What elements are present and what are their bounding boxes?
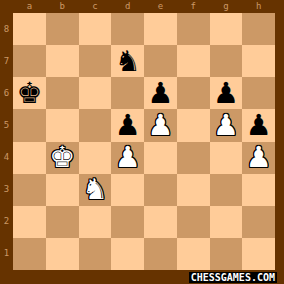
square-f1[interactable]: [177, 238, 210, 270]
square-h5[interactable]: ♟: [242, 109, 275, 141]
square-f3[interactable]: [177, 174, 210, 206]
square-h8[interactable]: [242, 13, 275, 45]
square-a2[interactable]: [13, 206, 46, 238]
piece-black-pawn: ♟: [147, 79, 173, 108]
file-label-h: h: [242, 0, 275, 13]
piece-white-king: ♚: [49, 143, 75, 172]
square-d8[interactable]: [111, 13, 144, 45]
board: ♞♚♟♟♟♟♟♟♚♟♟♞: [13, 13, 275, 270]
chessgames-logo[interactable]: CHESSGAMES.COM: [189, 272, 277, 283]
square-c2[interactable]: [79, 206, 112, 238]
square-c5[interactable]: [79, 109, 112, 141]
square-d2[interactable]: [111, 206, 144, 238]
chess-diagram: abcdefgh 87654321 ♞♚♟♟♟♟♟♟♚♟♟♞ CHESSGAME…: [0, 0, 284, 284]
square-h1[interactable]: [242, 238, 275, 270]
rank-label-3: 3: [0, 174, 13, 206]
square-g1[interactable]: [210, 238, 243, 270]
rank-labels: 87654321: [0, 13, 13, 270]
rank-label-8: 8: [0, 13, 13, 45]
square-f2[interactable]: [177, 206, 210, 238]
square-e6[interactable]: ♟: [144, 77, 177, 109]
square-g5[interactable]: ♟: [210, 109, 243, 141]
square-g7[interactable]: [210, 45, 243, 77]
square-h4[interactable]: ♟: [242, 142, 275, 174]
piece-black-knight: ♞: [115, 47, 141, 76]
piece-black-pawn: ♟: [115, 111, 141, 140]
square-e5[interactable]: ♟: [144, 109, 177, 141]
square-g6[interactable]: ♟: [210, 77, 243, 109]
square-e7[interactable]: [144, 45, 177, 77]
file-label-d: d: [111, 0, 144, 13]
square-g2[interactable]: [210, 206, 243, 238]
piece-white-pawn: ♟: [147, 111, 173, 140]
file-label-a: a: [13, 0, 46, 13]
square-f8[interactable]: [177, 13, 210, 45]
file-label-e: e: [144, 0, 177, 13]
square-b6[interactable]: [46, 77, 79, 109]
square-c1[interactable]: [79, 238, 112, 270]
rank-label-6: 6: [0, 77, 13, 109]
square-b8[interactable]: [46, 13, 79, 45]
file-labels: abcdefgh: [13, 0, 275, 13]
file-label-f: f: [177, 0, 210, 13]
square-a4[interactable]: [13, 142, 46, 174]
square-c8[interactable]: [79, 13, 112, 45]
square-c6[interactable]: [79, 77, 112, 109]
square-h2[interactable]: [242, 206, 275, 238]
square-b7[interactable]: [46, 45, 79, 77]
square-e1[interactable]: [144, 238, 177, 270]
square-f6[interactable]: [177, 77, 210, 109]
rank-label-7: 7: [0, 45, 13, 77]
square-a6[interactable]: ♚: [13, 77, 46, 109]
square-g3[interactable]: [210, 174, 243, 206]
file-label-g: g: [210, 0, 243, 13]
square-h7[interactable]: [242, 45, 275, 77]
square-b1[interactable]: [46, 238, 79, 270]
square-d4[interactable]: ♟: [111, 142, 144, 174]
square-d5[interactable]: ♟: [111, 109, 144, 141]
square-h3[interactable]: [242, 174, 275, 206]
piece-black-king: ♚: [16, 79, 42, 108]
square-c4[interactable]: [79, 142, 112, 174]
square-e3[interactable]: [144, 174, 177, 206]
square-b5[interactable]: [46, 109, 79, 141]
rank-label-4: 4: [0, 142, 13, 174]
square-h6[interactable]: [242, 77, 275, 109]
square-a7[interactable]: [13, 45, 46, 77]
square-e2[interactable]: [144, 206, 177, 238]
square-c3[interactable]: ♞: [79, 174, 112, 206]
square-f5[interactable]: [177, 109, 210, 141]
piece-white-pawn: ♟: [246, 143, 272, 172]
piece-white-knight: ♞: [82, 175, 108, 204]
square-b2[interactable]: [46, 206, 79, 238]
square-e4[interactable]: [144, 142, 177, 174]
rank-label-2: 2: [0, 206, 13, 238]
square-g4[interactable]: [210, 142, 243, 174]
square-d6[interactable]: [111, 77, 144, 109]
square-b4[interactable]: ♚: [46, 142, 79, 174]
square-g8[interactable]: [210, 13, 243, 45]
rank-label-1: 1: [0, 238, 13, 270]
piece-white-pawn: ♟: [213, 111, 239, 140]
rank-label-5: 5: [0, 109, 13, 141]
square-d1[interactable]: [111, 238, 144, 270]
square-a8[interactable]: [13, 13, 46, 45]
square-b3[interactable]: [46, 174, 79, 206]
piece-black-pawn: ♟: [246, 111, 272, 140]
file-label-c: c: [79, 0, 112, 13]
square-f7[interactable]: [177, 45, 210, 77]
file-label-b: b: [46, 0, 79, 13]
square-e8[interactable]: [144, 13, 177, 45]
square-a1[interactable]: [13, 238, 46, 270]
square-a3[interactable]: [13, 174, 46, 206]
square-a5[interactable]: [13, 109, 46, 141]
piece-white-pawn: ♟: [115, 143, 141, 172]
square-d3[interactable]: [111, 174, 144, 206]
square-c7[interactable]: [79, 45, 112, 77]
square-d7[interactable]: ♞: [111, 45, 144, 77]
piece-black-pawn: ♟: [213, 79, 239, 108]
square-f4[interactable]: [177, 142, 210, 174]
